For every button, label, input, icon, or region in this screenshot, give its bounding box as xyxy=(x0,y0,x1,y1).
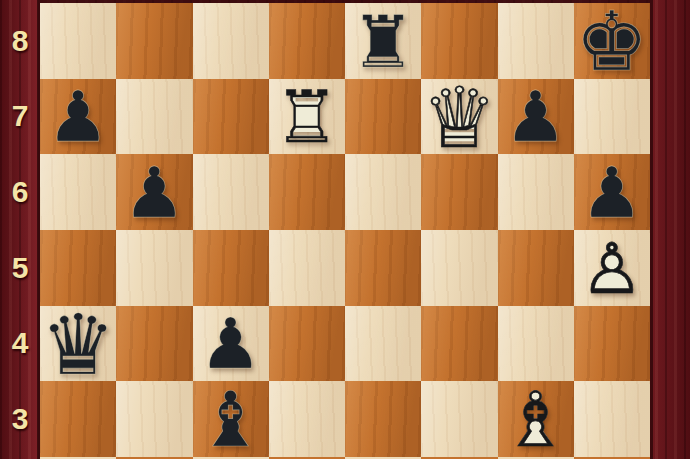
square-c8[interactable] xyxy=(193,3,269,79)
piece-glyph: ♝ xyxy=(193,382,269,458)
square-e8[interactable]: ♜ xyxy=(345,3,421,79)
piece-outline-glyph: ♖ xyxy=(269,80,345,156)
square-h7[interactable] xyxy=(574,79,650,155)
white-rook-d7[interactable]: ♜♖ xyxy=(269,80,345,156)
square-b8[interactable] xyxy=(116,3,192,79)
square-h6[interactable]: ♟ xyxy=(574,154,650,230)
square-d4[interactable] xyxy=(269,306,345,382)
black-pawn-g7[interactable]: ♟ xyxy=(498,80,574,156)
square-d7[interactable]: ♜♖ xyxy=(269,79,345,155)
square-e7[interactable] xyxy=(345,79,421,155)
square-h3[interactable] xyxy=(574,381,650,457)
square-f4[interactable] xyxy=(421,306,497,382)
square-b6[interactable]: ♟ xyxy=(116,154,192,230)
square-g3[interactable]: ♝♗ xyxy=(498,381,574,457)
square-f7[interactable]: ♛♕ xyxy=(421,79,497,155)
square-c3[interactable]: ♝ xyxy=(193,381,269,457)
square-f8[interactable] xyxy=(421,3,497,79)
piece-outline-glyph: ♙ xyxy=(574,231,650,307)
square-b7[interactable] xyxy=(116,79,192,155)
square-h8[interactable]: ♚ xyxy=(574,3,650,79)
square-e5[interactable] xyxy=(345,230,421,306)
square-d8[interactable] xyxy=(269,3,345,79)
square-f6[interactable] xyxy=(421,154,497,230)
black-pawn-a7[interactable]: ♟ xyxy=(40,80,116,156)
black-pawn-c4[interactable]: ♟ xyxy=(193,307,269,383)
square-a4[interactable]: ♛ xyxy=(40,306,116,382)
piece-glyph: ♟ xyxy=(574,155,650,231)
square-a8[interactable] xyxy=(40,3,116,79)
square-c4[interactable]: ♟ xyxy=(193,306,269,382)
square-e3[interactable] xyxy=(345,381,421,457)
square-f5[interactable] xyxy=(421,230,497,306)
square-d6[interactable] xyxy=(269,154,345,230)
square-c6[interactable] xyxy=(193,154,269,230)
square-g8[interactable] xyxy=(498,3,574,79)
white-pawn-h5[interactable]: ♟♙ xyxy=(574,231,650,307)
black-queen-a4[interactable]: ♛ xyxy=(40,307,116,383)
piece-glyph: ♟ xyxy=(116,155,192,231)
black-pawn-b6[interactable]: ♟ xyxy=(116,155,192,231)
black-bishop-c3[interactable]: ♝ xyxy=(193,382,269,458)
black-pawn-h6[interactable]: ♟ xyxy=(574,155,650,231)
square-g6[interactable] xyxy=(498,154,574,230)
rank-label-8: 8 xyxy=(0,3,40,79)
square-d5[interactable] xyxy=(269,230,345,306)
square-a3[interactable] xyxy=(40,381,116,457)
piece-glyph: ♚ xyxy=(574,4,650,80)
rank-labels: 876543 xyxy=(0,3,40,457)
piece-outline-glyph: ♕ xyxy=(421,80,497,156)
chess-board: ♜♚♟♜♖♛♕♟♟♟♟♙♛♟♝♝♗ xyxy=(40,3,650,457)
square-h4[interactable] xyxy=(574,306,650,382)
square-b4[interactable] xyxy=(116,306,192,382)
square-c5[interactable] xyxy=(193,230,269,306)
piece-glyph: ♜ xyxy=(345,4,421,80)
square-g4[interactable] xyxy=(498,306,574,382)
square-g5[interactable] xyxy=(498,230,574,306)
rank-label-7: 7 xyxy=(0,79,40,155)
square-e6[interactable] xyxy=(345,154,421,230)
rank-label-6: 6 xyxy=(0,154,40,230)
chess-diagram: 876543 ♜♚♟♜♖♛♕♟♟♟♟♙♛♟♝♝♗ xyxy=(0,0,690,459)
piece-glyph: ♟ xyxy=(193,307,269,383)
white-queen-f7[interactable]: ♛♕ xyxy=(421,80,497,156)
square-a7[interactable]: ♟ xyxy=(40,79,116,155)
square-a6[interactable] xyxy=(40,154,116,230)
black-rook-e8[interactable]: ♜ xyxy=(345,4,421,80)
square-f3[interactable] xyxy=(421,381,497,457)
square-g7[interactable]: ♟ xyxy=(498,79,574,155)
black-king-h8[interactable]: ♚ xyxy=(574,4,650,80)
rank-label-4: 4 xyxy=(0,306,40,382)
square-b5[interactable] xyxy=(116,230,192,306)
piece-glyph: ♛ xyxy=(40,307,116,383)
square-h5[interactable]: ♟♙ xyxy=(574,230,650,306)
square-e4[interactable] xyxy=(345,306,421,382)
white-bishop-g3[interactable]: ♝♗ xyxy=(498,382,574,458)
rank-label-5: 5 xyxy=(0,230,40,306)
square-d3[interactable] xyxy=(269,381,345,457)
square-b3[interactable] xyxy=(116,381,192,457)
piece-outline-glyph: ♗ xyxy=(498,382,574,458)
square-c7[interactable] xyxy=(193,79,269,155)
piece-glyph: ♟ xyxy=(40,80,116,156)
piece-glyph: ♟ xyxy=(498,80,574,156)
square-a5[interactable] xyxy=(40,230,116,306)
rank-label-3: 3 xyxy=(0,381,40,457)
